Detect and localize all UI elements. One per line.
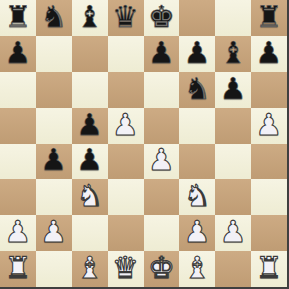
- piece-white-king[interactable]: ♚: [148, 253, 175, 283]
- piece-white-pawn[interactable]: ♟: [112, 110, 139, 140]
- piece-white-pawn[interactable]: ♟: [220, 217, 247, 247]
- square-h1[interactable]: ♜: [251, 251, 287, 287]
- square-g1[interactable]: [215, 251, 251, 287]
- square-g2[interactable]: ♟: [215, 215, 251, 251]
- piece-white-pawn[interactable]: ♟: [148, 145, 175, 175]
- piece-white-queen[interactable]: ♛: [112, 253, 139, 283]
- piece-white-pawn[interactable]: ♟: [184, 217, 211, 247]
- square-h2[interactable]: [251, 215, 287, 251]
- square-d7[interactable]: [108, 36, 144, 72]
- piece-white-knight[interactable]: ♞: [184, 181, 211, 211]
- piece-black-rook[interactable]: ♜: [4, 2, 31, 32]
- square-h3[interactable]: [251, 179, 287, 215]
- square-c8[interactable]: ♝: [72, 0, 108, 36]
- piece-black-pawn[interactable]: ♟: [148, 38, 175, 68]
- square-f1[interactable]: ♝: [179, 251, 215, 287]
- square-b1[interactable]: [36, 251, 72, 287]
- square-b6[interactable]: [36, 72, 72, 108]
- piece-black-knight[interactable]: ♞: [184, 74, 211, 104]
- square-e8[interactable]: ♚: [144, 0, 180, 36]
- square-b2[interactable]: ♟: [36, 215, 72, 251]
- square-b8[interactable]: ♞: [36, 0, 72, 36]
- square-c2[interactable]: [72, 215, 108, 251]
- square-g3[interactable]: [215, 179, 251, 215]
- square-h5[interactable]: ♟: [251, 108, 287, 144]
- piece-black-pawn[interactable]: ♟: [76, 145, 103, 175]
- piece-white-bishop[interactable]: ♝: [76, 253, 103, 283]
- square-f5[interactable]: [179, 108, 215, 144]
- square-g8[interactable]: [215, 0, 251, 36]
- square-f8[interactable]: [179, 0, 215, 36]
- square-e2[interactable]: [144, 215, 180, 251]
- piece-black-queen[interactable]: ♛: [112, 2, 139, 32]
- square-b3[interactable]: [36, 179, 72, 215]
- piece-white-pawn[interactable]: ♟: [40, 217, 67, 247]
- piece-black-knight[interactable]: ♞: [40, 2, 67, 32]
- square-a1[interactable]: ♜: [0, 251, 36, 287]
- square-f2[interactable]: ♟: [179, 215, 215, 251]
- piece-black-pawn[interactable]: ♟: [76, 110, 103, 140]
- square-e1[interactable]: ♚: [144, 251, 180, 287]
- piece-black-pawn[interactable]: ♟: [256, 38, 283, 68]
- piece-black-pawn[interactable]: ♟: [220, 74, 247, 104]
- piece-white-rook[interactable]: ♜: [256, 253, 283, 283]
- chess-board-container: ♜♞♝♛♚♜♟♟♟♝♟♞♟♟♟♟♟♟♟♞♞♟♟♟♟♜♝♛♚♝♜: [0, 0, 289, 289]
- chess-board: ♜♞♝♛♚♜♟♟♟♝♟♞♟♟♟♟♟♟♟♞♞♟♟♟♟♜♝♛♚♝♜: [0, 0, 289, 289]
- piece-white-rook[interactable]: ♜: [4, 253, 31, 283]
- piece-black-king[interactable]: ♚: [148, 2, 175, 32]
- square-g4[interactable]: [215, 144, 251, 180]
- square-h6[interactable]: [251, 72, 287, 108]
- square-f7[interactable]: ♟: [179, 36, 215, 72]
- square-e6[interactable]: [144, 72, 180, 108]
- square-d3[interactable]: [108, 179, 144, 215]
- square-c4[interactable]: ♟: [72, 144, 108, 180]
- piece-black-pawn[interactable]: ♟: [40, 145, 67, 175]
- square-g6[interactable]: ♟: [215, 72, 251, 108]
- square-c7[interactable]: [72, 36, 108, 72]
- square-d1[interactable]: ♛: [108, 251, 144, 287]
- square-a4[interactable]: [0, 144, 36, 180]
- square-d4[interactable]: [108, 144, 144, 180]
- square-h4[interactable]: [251, 144, 287, 180]
- square-d6[interactable]: [108, 72, 144, 108]
- square-e3[interactable]: [144, 179, 180, 215]
- square-a2[interactable]: ♟: [0, 215, 36, 251]
- square-f4[interactable]: [179, 144, 215, 180]
- square-h7[interactable]: ♟: [251, 36, 287, 72]
- square-c3[interactable]: ♞: [72, 179, 108, 215]
- piece-white-pawn[interactable]: ♟: [4, 217, 31, 247]
- piece-white-bishop[interactable]: ♝: [184, 253, 211, 283]
- square-g7[interactable]: ♝: [215, 36, 251, 72]
- square-a6[interactable]: [0, 72, 36, 108]
- piece-black-bishop[interactable]: ♝: [76, 2, 103, 32]
- square-a8[interactable]: ♜: [0, 0, 36, 36]
- square-c6[interactable]: [72, 72, 108, 108]
- square-e7[interactable]: ♟: [144, 36, 180, 72]
- square-d2[interactable]: [108, 215, 144, 251]
- piece-white-pawn[interactable]: ♟: [256, 110, 283, 140]
- square-f6[interactable]: ♞: [179, 72, 215, 108]
- square-e5[interactable]: [144, 108, 180, 144]
- square-e4[interactable]: ♟: [144, 144, 180, 180]
- square-a5[interactable]: [0, 108, 36, 144]
- square-b5[interactable]: [36, 108, 72, 144]
- piece-black-pawn[interactable]: ♟: [4, 38, 31, 68]
- square-c1[interactable]: ♝: [72, 251, 108, 287]
- piece-white-knight[interactable]: ♞: [76, 181, 103, 211]
- piece-black-pawn[interactable]: ♟: [184, 38, 211, 68]
- square-b4[interactable]: ♟: [36, 144, 72, 180]
- square-a3[interactable]: [0, 179, 36, 215]
- square-d5[interactable]: ♟: [108, 108, 144, 144]
- piece-black-rook[interactable]: ♜: [256, 2, 283, 32]
- square-f3[interactable]: ♞: [179, 179, 215, 215]
- square-d8[interactable]: ♛: [108, 0, 144, 36]
- square-h8[interactable]: ♜: [251, 0, 287, 36]
- square-g5[interactable]: [215, 108, 251, 144]
- square-b7[interactable]: [36, 36, 72, 72]
- square-a7[interactable]: ♟: [0, 36, 36, 72]
- square-c5[interactable]: ♟: [72, 108, 108, 144]
- piece-black-bishop[interactable]: ♝: [220, 38, 247, 68]
